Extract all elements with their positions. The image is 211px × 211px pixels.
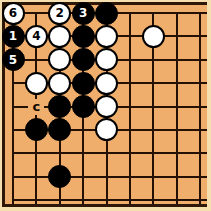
grid-line-horizontal <box>12 152 207 154</box>
white-stone <box>95 25 118 48</box>
black-stone-move-3: 3 <box>72 2 95 25</box>
white-stone <box>95 72 118 95</box>
move-number: 3 <box>79 7 87 19</box>
move-number: 2 <box>56 7 64 19</box>
white-stone-move-2: 2 <box>48 2 71 25</box>
black-stone <box>95 2 118 25</box>
white-stone <box>95 95 118 118</box>
grid-line-horizontal <box>12 176 207 178</box>
move-number: 1 <box>9 30 17 42</box>
go-diagram: c623145 <box>0 0 211 211</box>
move-number: 6 <box>9 7 17 19</box>
white-stone <box>48 72 71 95</box>
point-label-c: c <box>28 99 44 115</box>
black-stone <box>72 95 95 118</box>
black-stone-move-5: 5 <box>2 48 25 71</box>
white-stone <box>142 25 165 48</box>
white-stone <box>25 72 48 95</box>
black-stone <box>72 25 95 48</box>
grid-line-horizontal <box>12 199 207 201</box>
black-stone <box>72 72 95 95</box>
move-number: 4 <box>32 30 40 42</box>
board-edge-bottom <box>2 204 207 207</box>
black-stone-move-1: 1 <box>2 25 25 48</box>
move-number: 5 <box>9 54 17 66</box>
black-stone <box>72 48 95 71</box>
white-stone-move-4: 4 <box>25 25 48 48</box>
white-stone-move-6: 6 <box>2 2 25 25</box>
